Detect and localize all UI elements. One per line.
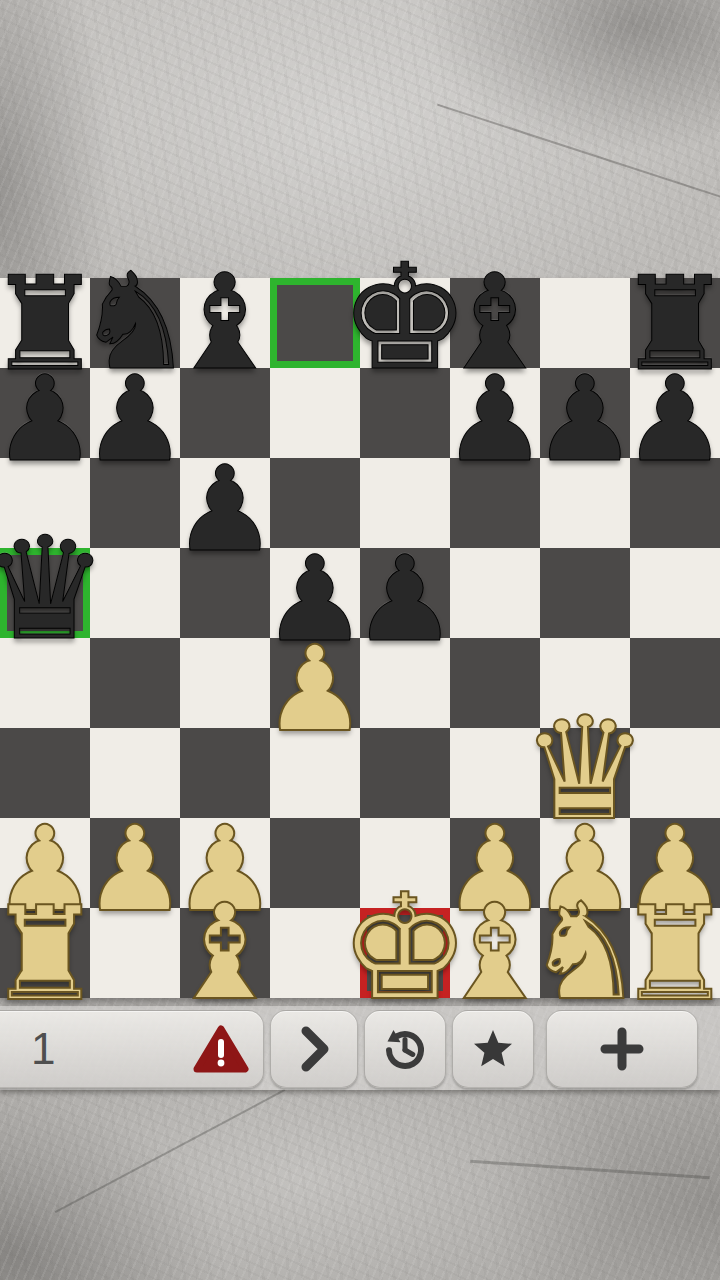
square-b2[interactable] <box>90 818 180 908</box>
square-b8[interactable] <box>90 278 180 368</box>
square-h6[interactable] <box>630 458 720 548</box>
square-h5[interactable] <box>630 548 720 638</box>
square-g7[interactable] <box>540 368 630 458</box>
square-b7[interactable] <box>90 368 180 458</box>
square-a4[interactable] <box>0 638 90 728</box>
square-h2[interactable] <box>630 818 720 908</box>
square-c7[interactable] <box>180 368 270 458</box>
square-c2[interactable] <box>180 818 270 908</box>
square-b4[interactable] <box>90 638 180 728</box>
square-h8[interactable] <box>630 278 720 368</box>
square-c1[interactable] <box>180 908 270 998</box>
scratch-mark <box>55 1089 286 1213</box>
status-segment: 1 <box>0 1010 264 1088</box>
warning-triangle-icon <box>193 1024 249 1074</box>
square-g8[interactable] <box>540 278 630 368</box>
square-f5[interactable] <box>450 548 540 638</box>
square-b1[interactable] <box>90 908 180 998</box>
star-icon <box>468 1025 518 1073</box>
square-a1[interactable] <box>0 908 90 998</box>
square-a3[interactable] <box>0 728 90 818</box>
square-g6[interactable] <box>540 458 630 548</box>
square-a7[interactable] <box>0 368 90 458</box>
square-f8[interactable] <box>450 278 540 368</box>
square-f6[interactable] <box>450 458 540 548</box>
square-f7[interactable] <box>450 368 540 458</box>
square-d6[interactable] <box>270 458 360 548</box>
favorite-button[interactable] <box>452 1010 534 1088</box>
square-f4[interactable] <box>450 638 540 728</box>
square-e4[interactable] <box>360 638 450 728</box>
scratch-mark <box>470 1160 710 1180</box>
square-e8[interactable] <box>360 278 450 368</box>
history-button[interactable] <box>364 1010 446 1088</box>
square-g1[interactable] <box>540 908 630 998</box>
square-e5[interactable] <box>360 548 450 638</box>
square-e1[interactable] <box>360 908 450 998</box>
square-e3[interactable] <box>360 728 450 818</box>
square-c3[interactable] <box>180 728 270 818</box>
square-d3[interactable] <box>270 728 360 818</box>
square-c5[interactable] <box>180 548 270 638</box>
square-g4[interactable] <box>540 638 630 728</box>
square-e2[interactable] <box>360 818 450 908</box>
chevron-right-icon <box>294 1021 334 1077</box>
next-move-button[interactable] <box>270 1010 358 1088</box>
square-d4[interactable] <box>270 638 360 728</box>
square-e7[interactable] <box>360 368 450 458</box>
plus-icon <box>598 1025 646 1073</box>
square-b6[interactable] <box>90 458 180 548</box>
square-d5[interactable] <box>270 548 360 638</box>
square-h3[interactable] <box>630 728 720 818</box>
check-warning-badge <box>193 1024 249 1074</box>
square-g2[interactable] <box>540 818 630 908</box>
square-d1[interactable] <box>270 908 360 998</box>
square-d2[interactable] <box>270 818 360 908</box>
square-b5[interactable] <box>90 548 180 638</box>
toolbar: 1 <box>0 1006 720 1090</box>
square-f3[interactable] <box>450 728 540 818</box>
square-b3[interactable] <box>90 728 180 818</box>
square-a2[interactable] <box>0 818 90 908</box>
square-d8[interactable] <box>270 278 360 368</box>
square-a5[interactable] <box>0 548 90 638</box>
square-c6[interactable] <box>180 458 270 548</box>
square-a8[interactable] <box>0 278 90 368</box>
square-f2[interactable] <box>450 818 540 908</box>
move-number: 1 <box>31 1024 55 1074</box>
square-g3[interactable] <box>540 728 630 818</box>
square-g5[interactable] <box>540 548 630 638</box>
chess-board: ♜♞♝♚♝♜♟♟♟♟♟♟♛♟♟♟♛♟♟♟♟♟♟♜♝♚♝♞♜ <box>0 278 720 998</box>
square-c8[interactable] <box>180 278 270 368</box>
add-button[interactable] <box>546 1010 698 1088</box>
square-h4[interactable] <box>630 638 720 728</box>
square-h1[interactable] <box>630 908 720 998</box>
square-h7[interactable] <box>630 368 720 458</box>
square-d7[interactable] <box>270 368 360 458</box>
scratch-mark <box>437 104 720 199</box>
history-icon <box>378 1022 432 1076</box>
square-c4[interactable] <box>180 638 270 728</box>
square-a6[interactable] <box>0 458 90 548</box>
square-f1[interactable] <box>450 908 540 998</box>
square-e6[interactable] <box>360 458 450 548</box>
